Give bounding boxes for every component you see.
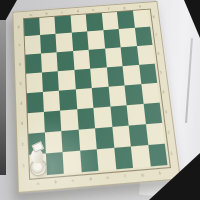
square-a7[interactable]: [24, 35, 41, 55]
square-d6[interactable]: [73, 50, 91, 70]
square-c2[interactable]: [61, 130, 79, 152]
square-f3[interactable]: [110, 105, 129, 127]
rank-label-right-7: 7: [150, 26, 162, 45]
file-label-top-c: c: [54, 8, 70, 15]
square-a4[interactable]: [26, 92, 43, 113]
rank-label-right-3: 3: [160, 102, 173, 123]
square-f8[interactable]: [101, 11, 118, 30]
file-label-bottom-g: g: [133, 166, 152, 182]
edge-print-text: ·····: [16, 81, 25, 115]
square-a5[interactable]: [25, 73, 42, 94]
square-f1[interactable]: [114, 146, 133, 169]
square-e4[interactable]: [92, 87, 110, 108]
square-c8[interactable]: [54, 15, 71, 34]
square-a6[interactable]: [24, 54, 41, 74]
square-e6[interactable]: [89, 49, 107, 69]
square-b8[interactable]: [39, 16, 56, 35]
file-label-top-d: d: [70, 7, 86, 14]
square-e3[interactable]: [93, 107, 111, 129]
file-label-top-a: a: [23, 11, 39, 18]
piece-tip: [32, 141, 44, 152]
square-a3[interactable]: [27, 112, 45, 134]
square-b3[interactable]: [43, 111, 61, 133]
square-d7[interactable]: [71, 31, 88, 51]
square-b7[interactable]: [40, 34, 57, 54]
file-label-top-f: f: [101, 5, 117, 12]
file-label-top-e: e: [85, 6, 101, 13]
rank-label-right-4: 4: [157, 82, 169, 103]
square-b6[interactable]: [41, 52, 58, 72]
rank-label-left-8: 8: [14, 18, 24, 37]
photo-of-chess-board: abcdefgh8877665544332211abcdefgh ·····: [0, 0, 200, 200]
square-a8[interactable]: [23, 17, 40, 36]
file-label-bottom-e: e: [99, 169, 118, 185]
rank-label-right-6: 6: [152, 44, 164, 63]
square-d4[interactable]: [75, 88, 93, 109]
square-f4[interactable]: [108, 85, 126, 106]
square-e8[interactable]: [86, 12, 103, 31]
rank-label-right-8: 8: [148, 8, 160, 27]
square-c4[interactable]: [59, 89, 77, 110]
table-shadow-left-strip: [0, 20, 6, 175]
fallen-white-piece[interactable]: [23, 140, 54, 183]
square-f2[interactable]: [112, 126, 131, 148]
square-c3[interactable]: [60, 109, 78, 131]
file-label-top-h: h: [132, 3, 148, 10]
square-e1[interactable]: [97, 148, 116, 171]
rank-label-right-2: 2: [162, 122, 175, 144]
rank-label-left-3: 3: [16, 113, 27, 134]
square-d1[interactable]: [80, 149, 99, 172]
square-d3[interactable]: [77, 108, 95, 130]
file-label-bottom-f: f: [116, 168, 135, 184]
square-c6[interactable]: [57, 51, 74, 71]
square-e7[interactable]: [87, 30, 104, 50]
square-f5[interactable]: [106, 66, 124, 87]
square-f6[interactable]: [105, 47, 123, 67]
rank-label-left-6: 6: [15, 55, 25, 75]
square-d8[interactable]: [70, 13, 87, 32]
square-c7[interactable]: [55, 33, 72, 53]
square-d2[interactable]: [78, 128, 97, 150]
square-e2[interactable]: [95, 127, 114, 149]
square-e5[interactable]: [90, 67, 108, 88]
square-f7[interactable]: [103, 29, 121, 49]
square-b4[interactable]: [42, 91, 60, 112]
square-c1[interactable]: [63, 151, 82, 174]
file-label-bottom-c: c: [64, 172, 82, 188]
file-label-bottom-d: d: [81, 171, 99, 187]
square-b5[interactable]: [41, 71, 58, 92]
file-label-top-g: g: [116, 4, 132, 11]
rank-label-right-5: 5: [155, 63, 167, 83]
file-label-top-b: b: [38, 10, 54, 17]
file-label-bottom-h: h: [150, 165, 169, 181]
rank-label-left-7: 7: [14, 36, 24, 55]
rank-label-right-1: 1: [165, 143, 178, 165]
square-d5[interactable]: [74, 69, 92, 90]
square-c5[interactable]: [58, 70, 76, 91]
